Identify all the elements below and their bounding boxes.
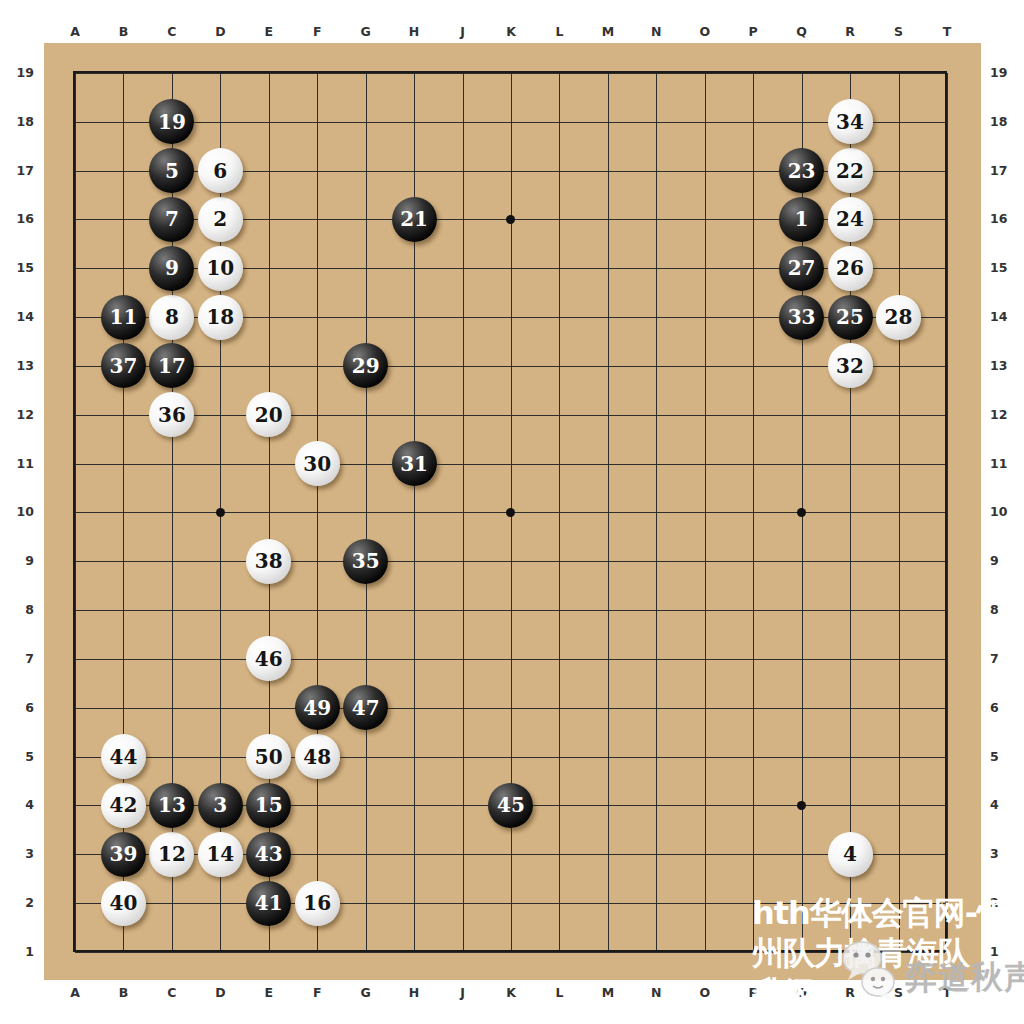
stone-move-number: 9 [165,258,179,278]
col-label-top-S: S [888,24,910,39]
row-label-left-16: 16 [4,211,34,226]
stone-move-number: 11 [110,307,138,327]
stone-23-Q17: 23 [779,148,824,193]
row-label-left-12: 12 [4,407,34,422]
col-label-top-P: P [742,24,764,39]
col-label-bottom-L: L [548,985,570,1000]
stone-37-B13: 37 [101,343,146,388]
col-label-top-B: B [112,24,134,39]
stone-move-number: 50 [255,747,283,767]
stone-42-B4: 42 [101,783,146,828]
stone-move-number: 15 [255,795,283,815]
stone-move-number: 1 [795,209,809,229]
row-label-right-14: 14 [990,309,1020,324]
col-label-top-C: C [161,24,183,39]
row-label-right-18: 18 [990,114,1020,129]
stone-21-H16: 21 [392,197,437,242]
stone-move-number: 45 [497,795,525,815]
watermark-line-1: hth华体会官网-忻 [752,893,1024,933]
col-label-bottom-H: H [403,985,425,1000]
stone-move-number: 23 [788,161,816,181]
col-label-bottom-A: A [64,985,86,1000]
stone-move-number: 25 [836,307,864,327]
col-label-top-F: F [306,24,328,39]
row-label-left-5: 5 [4,749,34,764]
stone-move-number: 20 [255,405,283,425]
stone-move-number: 48 [303,747,331,767]
col-label-top-G: G [355,24,377,39]
row-label-left-3: 3 [4,846,34,861]
col-label-top-Q: Q [791,24,813,39]
col-label-top-M: M [597,24,619,39]
row-label-left-7: 7 [4,651,34,666]
stone-11-B14: 11 [101,295,146,340]
col-label-top-H: H [403,24,425,39]
row-label-right-5: 5 [990,749,1020,764]
col-label-bottom-J: J [452,985,474,1000]
wechat-logo-icon [836,936,908,1012]
stone-30-F11: 30 [295,441,340,486]
stone-13-C4: 13 [149,783,194,828]
col-label-top-T: T [936,24,958,39]
stone-24-R16: 24 [828,197,873,242]
col-label-top-L: L [548,24,570,39]
stone-33-Q14: 33 [779,295,824,340]
stone-41-E2: 41 [246,881,291,926]
col-label-top-N: N [645,24,667,39]
col-label-top-A: A [64,24,86,39]
col-label-top-R: R [839,24,861,39]
row-label-left-8: 8 [4,602,34,617]
stone-27-Q15: 27 [779,246,824,291]
row-label-left-19: 19 [4,65,34,80]
col-label-bottom-C: C [161,985,183,1000]
row-label-left-18: 18 [4,114,34,129]
col-label-bottom-N: N [645,985,667,1000]
row-label-left-13: 13 [4,358,34,373]
col-label-bottom-B: B [112,985,134,1000]
col-label-bottom-D: D [209,985,231,1000]
stone-20-E12: 20 [246,392,291,437]
stone-move-number: 28 [885,307,913,327]
stone-move-number: 5 [165,161,179,181]
stone-move-number: 4 [843,844,857,864]
stone-move-number: 18 [206,307,234,327]
row-label-left-14: 14 [4,309,34,324]
stone-10-D15: 10 [198,246,243,291]
row-label-right-9: 9 [990,553,1020,568]
stone-move-number: 44 [110,747,138,767]
stone-19-C18: 19 [149,99,194,144]
star-point [216,508,225,517]
stone-47-G6: 47 [343,685,388,730]
row-label-right-19: 19 [990,65,1020,80]
stone-move-number: 33 [788,307,816,327]
stone-move-number: 17 [158,356,186,376]
row-label-left-2: 2 [4,895,34,910]
col-label-bottom-O: O [694,985,716,1000]
row-label-right-12: 12 [990,407,1020,422]
stone-49-F6: 49 [295,685,340,730]
stone-18-D14: 18 [198,295,243,340]
row-label-left-15: 15 [4,260,34,275]
stone-move-number: 42 [110,795,138,815]
stone-move-number: 39 [110,844,138,864]
stone-5-C17: 5 [149,148,194,193]
stone-22-R17: 22 [828,148,873,193]
stone-move-number: 22 [836,161,864,181]
stone-move-number: 32 [836,356,864,376]
stone-4-R3: 4 [828,832,873,877]
stone-29-G13: 29 [343,343,388,388]
row-label-left-10: 10 [4,504,34,519]
stone-move-number: 10 [206,258,234,278]
stone-1-Q16: 1 [779,197,824,242]
stone-move-number: 40 [110,893,138,913]
stone-move-number: 19 [158,112,186,132]
stone-move-number: 3 [213,795,227,815]
stone-32-R13: 32 [828,343,873,388]
stone-36-C12: 36 [149,392,194,437]
stone-39-B3: 39 [101,832,146,877]
stone-move-number: 16 [303,893,331,913]
stone-move-number: 46 [255,649,283,669]
col-label-bottom-F: F [306,985,328,1000]
col-label-top-O: O [694,24,716,39]
row-label-right-13: 13 [990,358,1020,373]
stone-move-number: 38 [255,551,283,571]
stone-35-G9: 35 [343,539,388,584]
col-label-bottom-K: K [500,985,522,1000]
row-label-right-7: 7 [990,651,1020,666]
stone-12-C3: 12 [149,832,194,877]
stone-46-E7: 46 [246,636,291,681]
stone-9-C15: 9 [149,246,194,291]
col-label-bottom-E: E [258,985,280,1000]
stone-move-number: 12 [158,844,186,864]
stone-28-S14: 28 [876,295,921,340]
go-board: 1234567891011121314151617181920212223242… [44,43,981,980]
stone-move-number: 47 [352,698,380,718]
row-label-right-8: 8 [990,602,1020,617]
stone-move-number: 49 [303,698,331,718]
row-label-right-11: 11 [990,456,1020,471]
stone-move-number: 41 [255,893,283,913]
row-label-right-4: 4 [990,797,1020,812]
stone-move-number: 34 [836,112,864,132]
stone-31-H11: 31 [392,441,437,486]
stone-2-D16: 2 [198,197,243,242]
stone-25-R14: 25 [828,295,873,340]
row-label-right-17: 17 [990,163,1020,178]
stone-26-R15: 26 [828,246,873,291]
stone-48-F5: 48 [295,734,340,779]
stone-move-number: 43 [255,844,283,864]
row-label-right-10: 10 [990,504,1020,519]
stone-14-D3: 14 [198,832,243,877]
col-label-bottom-M: M [597,985,619,1000]
stone-move-number: 21 [400,209,428,229]
stone-8-C14: 8 [149,295,194,340]
stone-move-number: 36 [158,405,186,425]
stone-6-D17: 6 [198,148,243,193]
stone-move-number: 24 [836,209,864,229]
stone-move-number: 2 [213,209,227,229]
watermark-logo-text: 弈道秋声 [905,956,1024,1000]
stone-45-K4: 45 [488,783,533,828]
stone-move-number: 31 [400,454,428,474]
stone-3-D4: 3 [198,783,243,828]
stone-move-number: 7 [165,209,179,229]
row-label-left-9: 9 [4,553,34,568]
stone-move-number: 29 [352,356,380,376]
row-label-left-11: 11 [4,456,34,471]
stone-38-E9: 38 [246,539,291,584]
stone-17-C13: 17 [149,343,194,388]
stone-move-number: 35 [352,551,380,571]
stone-move-number: 8 [165,307,179,327]
stone-move-number: 30 [303,454,331,474]
stone-50-E5: 50 [246,734,291,779]
stone-move-number: 6 [213,161,227,181]
stone-16-F2: 16 [295,881,340,926]
row-label-left-17: 17 [4,163,34,178]
stone-move-number: 27 [788,258,816,278]
stone-44-B5: 44 [101,734,146,779]
row-label-left-4: 4 [4,797,34,812]
stone-43-E3: 43 [246,832,291,877]
row-label-right-16: 16 [990,211,1020,226]
stone-7-C16: 7 [149,197,194,242]
stone-34-R18: 34 [828,99,873,144]
col-label-bottom-G: G [355,985,377,1000]
stone-15-E4: 15 [246,783,291,828]
stone-move-number: 13 [158,795,186,815]
stone-40-B2: 40 [101,881,146,926]
col-label-top-J: J [452,24,474,39]
stone-move-number: 26 [836,258,864,278]
stone-move-number: 14 [206,844,234,864]
col-label-top-K: K [500,24,522,39]
col-label-top-D: D [209,24,231,39]
row-label-left-6: 6 [4,700,34,715]
row-label-right-15: 15 [990,260,1020,275]
col-label-top-E: E [258,24,280,39]
stone-move-number: 37 [110,356,138,376]
row-label-left-1: 1 [4,944,34,959]
row-label-right-3: 3 [990,846,1020,861]
row-label-right-6: 6 [990,700,1020,715]
